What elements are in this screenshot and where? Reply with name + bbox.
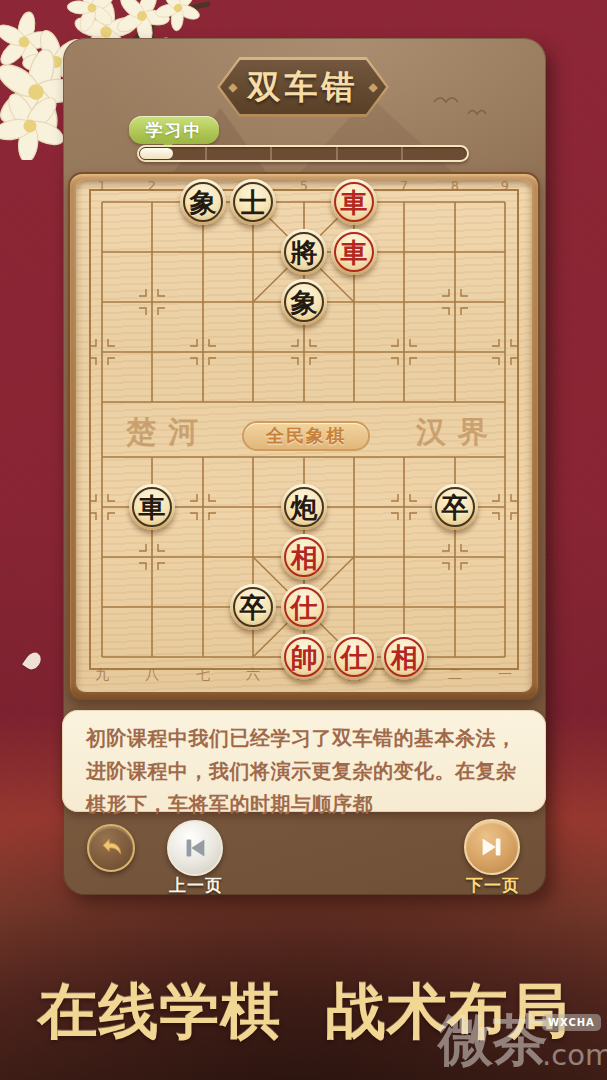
file-label-top: 1 <box>91 178 113 193</box>
file-label-bottom: 九 <box>91 666 113 684</box>
watermark-suffix: .com <box>542 1038 607 1072</box>
file-label-top: 2 <box>141 178 163 193</box>
xiangqi-piece-black[interactable]: 士 <box>230 179 276 225</box>
xiangqi-piece-red[interactable]: 仕 <box>281 584 327 630</box>
xiangqi-board[interactable]: 楚河 汉界 全民象棋 123456789九八七六五四三二一 象士車將車象車炮卒相… <box>68 172 540 700</box>
status-badge: 学习中 <box>129 116 219 144</box>
brand-pill: 全民象棋 <box>242 421 370 451</box>
skip-next-icon <box>477 832 507 862</box>
xiangqi-piece-black[interactable]: 卒 <box>230 584 276 630</box>
watermark: 微茶 WXCHA .com <box>438 1008 607 1078</box>
diamond-icon: ◆ <box>228 80 237 94</box>
watermark-brand: 微茶 <box>438 1008 548 1072</box>
xiangqi-piece-red[interactable]: 相 <box>281 534 327 580</box>
brand-pill-label: 全民象棋 <box>266 424 346 448</box>
banner-inner: ◆ 双车错 ◆ <box>220 60 386 114</box>
river-label-left: 楚河 <box>106 412 218 453</box>
xiangqi-piece-black[interactable]: 卒 <box>432 484 478 530</box>
xiangqi-piece-black[interactable]: 車 <box>129 484 175 530</box>
xiangqi-piece-red[interactable]: 仕 <box>331 634 377 680</box>
xiangqi-piece-black[interactable]: 將 <box>281 229 327 275</box>
file-label-bottom: 六 <box>242 666 264 684</box>
file-label-top: 5 <box>293 178 315 193</box>
lesson-progress-bar <box>137 145 469 162</box>
file-label-bottom: 一 <box>494 666 516 684</box>
bird-icon <box>433 93 459 105</box>
next-page-label[interactable]: 下一页 <box>448 874 538 897</box>
prev-page-label[interactable]: 上一页 <box>151 874 241 897</box>
file-label-bottom: 八 <box>141 666 163 684</box>
xiangqi-piece-red[interactable]: 相 <box>381 634 427 680</box>
app-screen: ◆ 双车错 ◆ 学习中 <box>0 0 607 1080</box>
file-label-bottom: 七 <box>192 666 214 684</box>
river-label-right: 汉界 <box>396 412 508 453</box>
xiangqi-piece-black[interactable]: 象 <box>281 279 327 325</box>
file-label-top: 8 <box>444 178 466 193</box>
xiangqi-piece-red[interactable]: 車 <box>331 229 377 275</box>
progress-fill <box>140 148 173 159</box>
diamond-icon: ◆ <box>369 80 378 94</box>
status-badge-label: 学习中 <box>146 119 203 142</box>
back-button[interactable] <box>87 824 135 872</box>
file-label-top: 7 <box>393 178 415 193</box>
next-page-button[interactable] <box>464 819 520 875</box>
xiangqi-piece-black[interactable]: 象 <box>180 179 226 225</box>
bird-icon <box>467 106 487 116</box>
file-label-bottom: 二 <box>444 666 466 684</box>
page-title: 双车错 <box>248 65 359 110</box>
watermark-badge: WXCHA <box>542 1014 601 1031</box>
lesson-text-card: 初阶课程中我们已经学习了双车错的基本杀法，进阶课程中，我们将演示更复杂的变化。在… <box>62 710 546 812</box>
xiangqi-piece-red[interactable]: 車 <box>331 179 377 225</box>
file-label-top: 9 <box>494 178 516 193</box>
undo-arrow-icon <box>97 834 125 862</box>
falling-petal <box>22 650 44 673</box>
skip-previous-icon <box>180 833 210 863</box>
xiangqi-piece-red[interactable]: 帥 <box>281 634 327 680</box>
lesson-text: 初阶课程中我们已经学习了双车错的基本杀法，进阶课程中，我们将演示更复杂的变化。在… <box>86 722 522 821</box>
xiangqi-piece-black[interactable]: 炮 <box>281 484 327 530</box>
title-banner: ◆ 双车错 ◆ <box>217 57 389 117</box>
prev-page-button[interactable] <box>167 820 223 876</box>
